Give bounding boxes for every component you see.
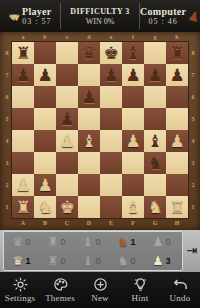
bishop-icon: ♝: [83, 254, 94, 268]
coord-label: 3: [3, 152, 11, 174]
square-d4[interactable]: ♝: [78, 130, 100, 152]
difficulty-label: DIFFICULTY 3: [70, 7, 130, 17]
square-a5[interactable]: [12, 108, 34, 130]
coord-label: 3: [189, 152, 197, 174]
chess-board-frame: ♜♛♚♝♜♟♟♟♟♟♟♟♟♟♝♟♝♟♞♟♟♜♞♚♝♞♜ abcdefghABCD…: [0, 32, 200, 230]
piece-bB[interactable]: ♝: [122, 42, 144, 64]
square-c4[interactable]: ♟: [56, 130, 78, 152]
computer-clock: 05 : 46: [149, 17, 178, 26]
coord-label: D: [78, 218, 100, 228]
piece-bR[interactable]: ♜: [12, 42, 34, 64]
square-d6[interactable]: ♟: [78, 86, 100, 108]
square-g6[interactable]: [144, 86, 166, 108]
coord-label: b: [34, 33, 56, 42]
square-g4[interactable]: ♝: [144, 130, 166, 152]
captured-white-queen: ♛1: [4, 254, 39, 268]
coord-label: d: [78, 33, 100, 42]
coord-label: 6: [189, 86, 197, 108]
square-a1[interactable]: ♜: [12, 196, 34, 218]
difficulty-panel: DIFFICULTY 3 WIN 0%: [60, 3, 140, 29]
captured-white-knight: ♞0: [109, 254, 144, 268]
square-e5[interactable]: [100, 108, 122, 130]
square-c6[interactable]: [56, 86, 78, 108]
captured-white-rook: ♜0: [39, 254, 74, 268]
coord-label: G: [144, 218, 166, 228]
coord-label: 2: [3, 174, 11, 196]
palette-icon: [53, 277, 68, 292]
captured-tray-zone: ♛0♜0♝0♞1♟0♛1♜0♝0♞0♟3 ⇥: [0, 230, 200, 272]
square-f3[interactable]: [122, 152, 144, 174]
captured-white-bishop: ♝0: [74, 254, 109, 268]
piece-wB[interactable]: ♝: [78, 130, 100, 152]
captured-row-black: ♛0♜0♝0♞1♟0: [4, 233, 182, 250]
coord-label: 6: [3, 86, 11, 108]
piece-bP[interactable]: ♟: [166, 64, 188, 86]
square-b6[interactable]: [34, 86, 56, 108]
win-percentage: WIN 0%: [86, 17, 115, 26]
coord-label: a: [12, 33, 34, 42]
hint-button[interactable]: Hint: [120, 272, 160, 308]
coord-label: C: [56, 218, 78, 228]
piece-bP[interactable]: ♟: [56, 108, 78, 130]
square-a3[interactable]: [12, 152, 34, 174]
square-f1[interactable]: ♝: [122, 196, 144, 218]
piece-wK[interactable]: ♚: [56, 196, 78, 218]
rook-icon: ♜: [48, 235, 59, 249]
piece-wR[interactable]: ♜: [166, 196, 188, 218]
square-g1[interactable]: ♞: [144, 196, 166, 218]
toolbar-label: Themes: [45, 293, 75, 303]
square-e3[interactable]: [100, 152, 122, 174]
lightbulb-icon: [133, 277, 148, 292]
square-b1[interactable]: ♞: [34, 196, 56, 218]
captured-pieces-tray: ♛0♜0♝0♞1♟0♛1♜0♝0♞0♟3: [3, 231, 183, 271]
square-h2[interactable]: [166, 174, 188, 196]
square-a4[interactable]: [12, 130, 34, 152]
piece-wB[interactable]: ♝: [122, 196, 144, 218]
square-e6[interactable]: [100, 86, 122, 108]
rook-icon: ♜: [48, 254, 59, 268]
computer-label: Computer: [140, 6, 186, 17]
square-e4[interactable]: [100, 130, 122, 152]
coord-label: c: [56, 33, 78, 42]
captured-count: 0: [25, 237, 30, 247]
square-b4[interactable]: [34, 130, 56, 152]
square-g7[interactable]: ♟: [144, 64, 166, 86]
player-label: Player: [22, 6, 52, 17]
bottom-toolbar: SettingsThemesNewHintUndo: [0, 272, 200, 308]
coord-label: E: [100, 218, 122, 228]
captured-count: 0: [130, 256, 135, 266]
coord-label: 8: [189, 42, 197, 64]
square-h8[interactable]: ♜: [166, 42, 188, 64]
square-d5[interactable]: [78, 108, 100, 130]
toolbar-label: Settings: [5, 293, 36, 303]
square-e1[interactable]: [100, 196, 122, 218]
square-h4[interactable]: ♟: [166, 130, 188, 152]
coord-label: g: [144, 33, 166, 42]
pawn-icon: ♟: [153, 235, 164, 249]
themes-button[interactable]: Themes: [40, 272, 80, 308]
piece-wP[interactable]: ♟: [12, 174, 34, 196]
piece-bP[interactable]: ♟: [144, 64, 166, 86]
coord-label: 2: [189, 174, 197, 196]
piece-bB[interactable]: ♝: [144, 130, 166, 152]
player-clock: 03 : 57: [22, 17, 51, 26]
status-bar: ♞ Player 03 : 57 DIFFICULTY 3 WIN 0% Com…: [0, 0, 200, 32]
coord-label: 1: [3, 196, 11, 218]
captured-black-pawn: ♟0: [144, 235, 179, 249]
square-g2[interactable]: [144, 174, 166, 196]
computer-panel: Computer 05 : 46 ♟: [140, 6, 200, 26]
square-g3[interactable]: ♞: [144, 152, 166, 174]
square-h5[interactable]: [166, 108, 188, 130]
square-d1[interactable]: [78, 196, 100, 218]
undo-arrow-icon: [173, 277, 188, 292]
coord-label: 4: [189, 130, 197, 152]
square-a2[interactable]: ♟: [12, 174, 34, 196]
coord-label: 4: [3, 130, 11, 152]
captured-count: 1: [25, 256, 30, 266]
square-f5[interactable]: [122, 108, 144, 130]
square-e2[interactable]: [100, 174, 122, 196]
white-knight-icon: ♞: [6, 8, 23, 24]
piece-bR[interactable]: ♜: [166, 42, 188, 64]
coord-label: e: [100, 33, 122, 42]
piece-wP[interactable]: ♟: [56, 130, 78, 152]
captured-black-queen: ♛0: [4, 235, 39, 249]
square-h3[interactable]: [166, 152, 188, 174]
square-c8[interactable]: [56, 42, 78, 64]
player-panel: ♞ Player 03 : 57: [0, 6, 60, 26]
piece-bP[interactable]: ♟: [122, 64, 144, 86]
new-button[interactable]: New: [80, 272, 120, 308]
square-e8[interactable]: ♚: [100, 42, 122, 64]
queen-icon: ♛: [13, 235, 24, 249]
coord-label: B: [34, 218, 56, 228]
square-b7[interactable]: ♟: [34, 64, 56, 86]
piece-wP[interactable]: ♟: [122, 130, 144, 152]
square-g5[interactable]: [144, 108, 166, 130]
coord-label: H: [166, 218, 188, 228]
knight-icon: ♞: [118, 235, 129, 249]
piece-wP[interactable]: ♟: [34, 174, 56, 196]
piece-bP[interactable]: ♟: [34, 64, 56, 86]
coord-label: 5: [189, 108, 197, 130]
coord-label: 7: [3, 64, 11, 86]
square-a7[interactable]: ♟: [12, 64, 34, 86]
square-b5[interactable]: [34, 108, 56, 130]
square-f6[interactable]: [122, 86, 144, 108]
captured-white-pawn: ♟3: [144, 254, 179, 268]
piece-bK[interactable]: ♚: [100, 42, 122, 64]
square-b2[interactable]: ♟: [34, 174, 56, 196]
piece-wN[interactable]: ♞: [144, 196, 166, 218]
square-f7[interactable]: ♟: [122, 64, 144, 86]
coord-label: 5: [3, 108, 11, 130]
square-g8[interactable]: [144, 42, 166, 64]
square-a8[interactable]: ♜: [12, 42, 34, 64]
captured-count: 0: [95, 256, 100, 266]
piece-bP[interactable]: ♟: [78, 86, 100, 108]
square-h7[interactable]: ♟: [166, 64, 188, 86]
toolbar-label: Hint: [132, 293, 149, 303]
captured-black-rook: ♜0: [39, 235, 74, 249]
square-f2[interactable]: [122, 174, 144, 196]
undo-button[interactable]: Undo: [160, 272, 200, 308]
captured-black-knight: ♞1: [109, 235, 144, 249]
piece-wN[interactable]: ♞: [34, 196, 56, 218]
square-d7[interactable]: [78, 64, 100, 86]
captured-count: 1: [130, 237, 135, 247]
square-b8[interactable]: [34, 42, 56, 64]
square-f8[interactable]: ♝: [122, 42, 144, 64]
piece-wP[interactable]: ♟: [166, 130, 188, 152]
square-c1[interactable]: ♚: [56, 196, 78, 218]
square-f4[interactable]: ♟: [122, 130, 144, 152]
coord-label: 7: [189, 64, 197, 86]
coord-label: 1: [189, 196, 197, 218]
chess-board[interactable]: ♜♛♚♝♜♟♟♟♟♟♟♟♟♟♝♟♝♟♞♟♟♜♞♚♝♞♜: [12, 42, 188, 218]
captured-count: 3: [165, 256, 170, 266]
square-a6[interactable]: [12, 86, 34, 108]
coord-label: 8: [3, 42, 11, 64]
piece-bQ[interactable]: ♛: [78, 42, 100, 64]
captured-row-white: ♛1♜0♝0♞0♟3: [4, 252, 182, 269]
bishop-icon: ♝: [83, 235, 94, 249]
piece-wR[interactable]: ♜: [12, 196, 34, 218]
chess-app: ♞ Player 03 : 57 DIFFICULTY 3 WIN 0% Com…: [0, 0, 200, 308]
captured-count: 0: [95, 237, 100, 247]
square-c7[interactable]: [56, 64, 78, 86]
piece-bN[interactable]: ♞: [144, 152, 166, 174]
black-pawn-icon: ♟: [187, 8, 200, 24]
coord-label: f: [122, 33, 144, 42]
square-h6[interactable]: [166, 86, 188, 108]
square-d3[interactable]: [78, 152, 100, 174]
square-d2[interactable]: [78, 174, 100, 196]
knight-icon: ♞: [118, 254, 129, 268]
coord-label: A: [12, 218, 34, 228]
pawn-icon: ♟: [153, 254, 164, 268]
queen-icon: ♛: [13, 254, 24, 268]
coord-label: F: [122, 218, 144, 228]
settings-button[interactable]: Settings: [0, 272, 40, 308]
square-d8[interactable]: ♛: [78, 42, 100, 64]
captured-black-bishop: ♝0: [74, 235, 109, 249]
toolbar-label: Undo: [170, 293, 191, 303]
square-c2[interactable]: [56, 174, 78, 196]
toolbar-label: New: [91, 293, 109, 303]
gear-icon: [13, 277, 28, 292]
captured-count: 0: [60, 237, 65, 247]
square-b3[interactable]: [34, 152, 56, 174]
square-c3[interactable]: [56, 152, 78, 174]
square-e7[interactable]: ♟: [100, 64, 122, 86]
square-c5[interactable]: ♟: [56, 108, 78, 130]
square-h1[interactable]: ♜: [166, 196, 188, 218]
piece-bP[interactable]: ♟: [12, 64, 34, 86]
captured-count: 0: [165, 237, 170, 247]
plus-circle-icon: [93, 277, 108, 292]
piece-bP[interactable]: ♟: [100, 64, 122, 86]
coord-label: h: [166, 33, 188, 42]
tray-toggle-arrow-icon[interactable]: ⇥: [184, 243, 200, 259]
captured-count: 0: [60, 256, 65, 266]
